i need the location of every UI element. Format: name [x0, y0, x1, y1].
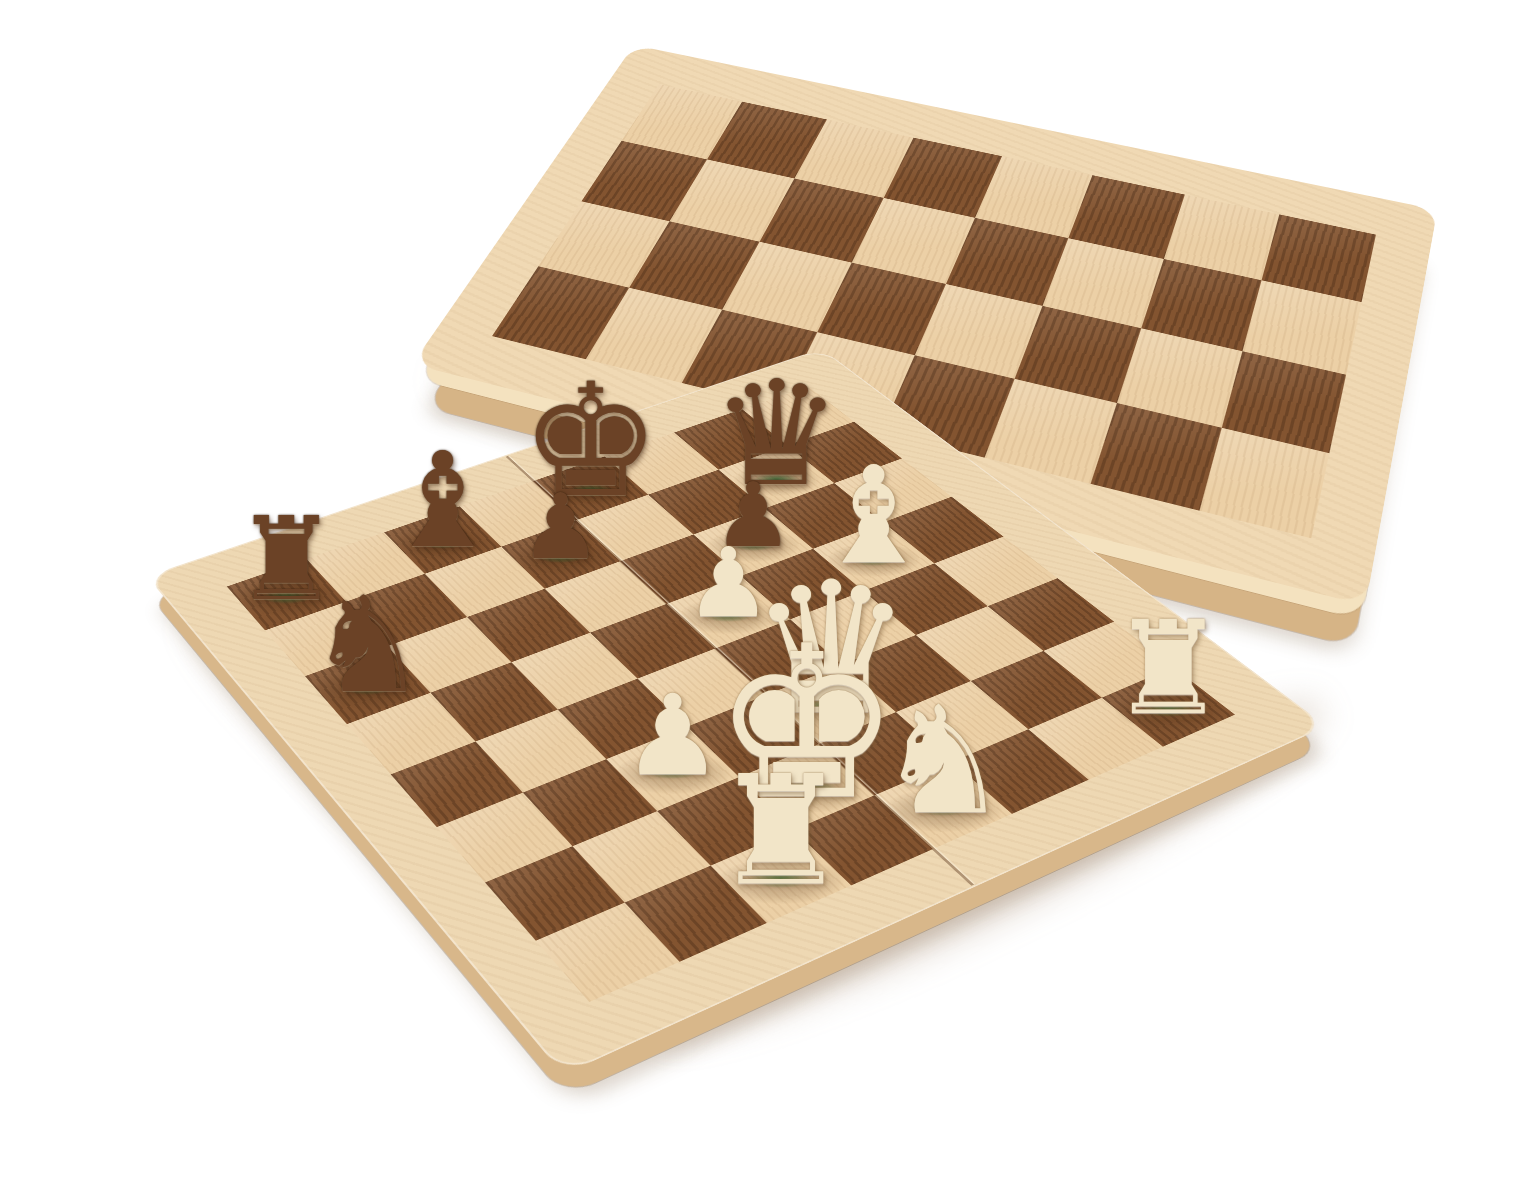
piece-black-knight-a6[interactable]: ♞: [301, 579, 434, 712]
piece-black-pawn-d7[interactable]: ♟: [516, 482, 606, 572]
piece-white-rook-c1[interactable]: ♜: [706, 756, 857, 907]
piece-white-knight-e1[interactable]: ♞: [869, 687, 1017, 835]
piece-black-bishop-c8[interactable]: ♝: [377, 435, 508, 566]
product-photo-stage: Wooden folding chess set: open inlaid ma…: [0, 0, 1516, 1200]
piece-white-rook-h1[interactable]: ♜: [1104, 604, 1233, 733]
